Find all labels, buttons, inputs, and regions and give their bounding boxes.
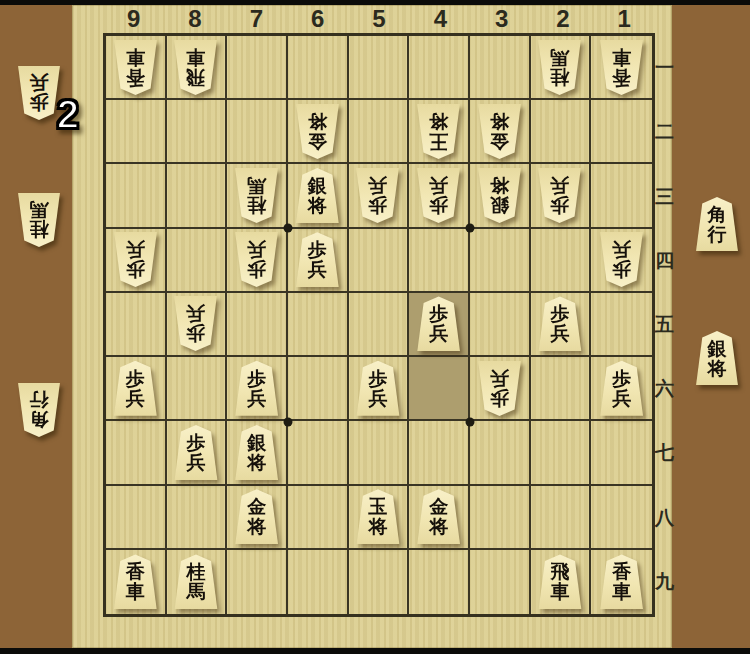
shogi-piece-sente-香車[interactable]: 香車: [112, 554, 159, 609]
koma-face: 香車: [112, 554, 159, 609]
koma-kanji: 兵: [550, 323, 569, 343]
koma-face: 歩兵: [112, 232, 159, 287]
shogi-piece-sente-歩兵[interactable]: 歩兵: [415, 296, 462, 351]
koma-kanji: 歩: [550, 303, 569, 323]
board-square-25[interactable]: 歩兵: [531, 293, 592, 357]
board-square-71[interactable]: [227, 36, 288, 100]
board-square-43[interactable]: 歩兵: [409, 164, 470, 228]
koma-face: 金将: [476, 104, 523, 159]
koma-kanji: 将: [429, 112, 448, 132]
file-label-8: 8: [164, 5, 225, 33]
koma-face: 歩兵: [354, 168, 401, 223]
koma-face: 銀将: [694, 331, 740, 385]
board-square-54[interactable]: [349, 229, 410, 293]
koma-kanji: 香: [126, 68, 145, 88]
board-square-95[interactable]: [106, 293, 167, 357]
board-square-42[interactable]: 王将: [409, 100, 470, 164]
board-square-98[interactable]: [106, 486, 167, 550]
board-square-69[interactable]: [288, 550, 349, 614]
board-square-46[interactable]: [409, 357, 470, 421]
koma-kanji: 車: [186, 48, 205, 68]
shogi-piece-gote-歩兵[interactable]: 歩兵: [354, 168, 401, 223]
file-label-9: 9: [103, 5, 164, 33]
koma-face: 玉将: [354, 489, 401, 544]
koma-kanji: 歩: [186, 432, 205, 452]
koma-kanji: 金: [308, 132, 327, 152]
koma-face: 桂馬: [16, 193, 62, 247]
koma-kanji: 将: [247, 452, 266, 472]
gote-hand-piece-桂馬[interactable]: 桂馬: [16, 193, 62, 247]
board-square-83[interactable]: [167, 164, 228, 228]
koma-face: 銀将: [294, 168, 341, 223]
rank-label-2: 二: [657, 100, 672, 164]
sente-hand-piece-銀将[interactable]: 銀将: [694, 331, 740, 385]
shogi-board-panel: 987654321 香車飛車桂馬香車金将王将金将桂馬銀将歩兵歩兵銀将歩兵歩兵歩兵…: [72, 5, 672, 648]
board-square-78[interactable]: 金将: [227, 486, 288, 550]
shogi-piece-sente-歩兵[interactable]: 歩兵: [172, 425, 219, 480]
koma-kanji: 歩: [612, 260, 631, 280]
gote-hand-piece-歩兵[interactable]: 歩兵2: [16, 66, 62, 120]
koma-face: 歩兵: [233, 232, 280, 287]
rank-label-9: 九: [657, 550, 672, 614]
board-square-56[interactable]: 歩兵: [349, 357, 410, 421]
board-square-87[interactable]: 歩兵: [167, 421, 228, 485]
koma-face: 桂馬: [233, 168, 280, 223]
koma-kanji: 兵: [368, 388, 387, 408]
board-square-62[interactable]: 金将: [288, 100, 349, 164]
board-square-31[interactable]: [470, 36, 531, 100]
koma-kanji: 将: [247, 516, 266, 536]
board-square-11[interactable]: 香車: [591, 36, 652, 100]
koma-face: 金将: [233, 489, 280, 544]
board-square-32[interactable]: 金将: [470, 100, 531, 164]
board-square-37[interactable]: [470, 421, 531, 485]
board-square-66[interactable]: [288, 357, 349, 421]
file-label-7: 7: [226, 5, 287, 33]
board-square-24[interactable]: [531, 229, 592, 293]
board-square-86[interactable]: [167, 357, 228, 421]
board-square-45[interactable]: 歩兵: [409, 293, 470, 357]
koma-kanji: 銀: [490, 196, 509, 216]
board-square-64[interactable]: 歩兵: [288, 229, 349, 293]
board-square-92[interactable]: [106, 100, 167, 164]
koma-kanji: 歩: [429, 303, 448, 323]
rank-label-7: 七: [657, 421, 672, 485]
koma-kanji: 馬: [247, 176, 266, 196]
shogi-piece-sente-銀将[interactable]: 銀将: [294, 168, 341, 223]
koma-kanji: 馬: [30, 200, 49, 220]
koma-kanji: 香: [126, 561, 145, 581]
koma-kanji: 歩: [550, 196, 569, 216]
koma-face: 桂馬: [536, 40, 583, 95]
board-square-97[interactable]: [106, 421, 167, 485]
koma-face: 桂馬: [172, 554, 219, 609]
koma-kanji: 兵: [550, 176, 569, 196]
board-square-52[interactable]: [349, 100, 410, 164]
shogi-piece-gote-金将[interactable]: 金将: [476, 104, 523, 159]
koma-face: 飛車: [536, 554, 583, 609]
board-square-44[interactable]: [409, 229, 470, 293]
koma-kanji: 行: [30, 390, 49, 410]
board-square-79[interactable]: [227, 550, 288, 614]
shogi-piece-sente-桂馬[interactable]: 桂馬: [172, 554, 219, 609]
koma-kanji: 兵: [30, 73, 49, 93]
board-square-74[interactable]: 歩兵: [227, 229, 288, 293]
koma-kanji: 飛: [186, 68, 205, 88]
gote-hand-piece-角行[interactable]: 角行: [16, 383, 62, 437]
star-point: [284, 417, 293, 426]
koma-face: 歩兵: [233, 361, 280, 416]
shogi-piece-sente-飛車[interactable]: 飛車: [536, 554, 583, 609]
board-square-61[interactable]: [288, 36, 349, 100]
koma-face: 金将: [415, 489, 462, 544]
board-square-19[interactable]: 香車: [591, 550, 652, 614]
board-square-41[interactable]: [409, 36, 470, 100]
board-square-81[interactable]: 飛車: [167, 36, 228, 100]
board-square-49[interactable]: [409, 550, 470, 614]
board-square-88[interactable]: [167, 486, 228, 550]
board-square-26[interactable]: [531, 357, 592, 421]
koma-kanji: 兵: [429, 323, 448, 343]
koma-face: 香車: [112, 40, 159, 95]
koma-face: 角行: [16, 383, 62, 437]
rank-label-1: 一: [657, 36, 672, 100]
koma-kanji: 王: [429, 132, 448, 152]
sente-hand-piece-角行[interactable]: 角行: [694, 197, 740, 251]
koma-kanji: 兵: [186, 452, 205, 472]
board-square-55[interactable]: [349, 293, 410, 357]
top-black-bar: [0, 0, 750, 5]
board-square-27[interactable]: [531, 421, 592, 485]
koma-kanji: 歩: [612, 368, 631, 388]
board-square-91[interactable]: 香車: [106, 36, 167, 100]
board-square-68[interactable]: [288, 486, 349, 550]
koma-kanji: 兵: [308, 259, 327, 279]
shogi-piece-gote-歩兵[interactable]: 歩兵: [415, 168, 462, 223]
koma-kanji: 銀: [708, 338, 727, 358]
board-square-84[interactable]: [167, 229, 228, 293]
board-square-17[interactable]: [591, 421, 652, 485]
board-square-36[interactable]: 歩兵: [470, 357, 531, 421]
star-point: [465, 224, 474, 233]
board-square-89[interactable]: 桂馬: [167, 550, 228, 614]
koma-kanji: 兵: [126, 240, 145, 260]
koma-face: 金将: [294, 104, 341, 159]
board-square-63[interactable]: 銀将: [288, 164, 349, 228]
koma-kanji: 桂: [247, 196, 266, 216]
board-square-35[interactable]: [470, 293, 531, 357]
board-square-58[interactable]: 玉将: [349, 486, 410, 550]
koma-kanji: 飛: [550, 561, 569, 581]
koma-face: 香車: [598, 40, 645, 95]
board-square-67[interactable]: [288, 421, 349, 485]
koma-kanji: 車: [550, 581, 569, 601]
star-point: [465, 417, 474, 426]
koma-kanji: 香: [612, 68, 631, 88]
board-square-53[interactable]: 歩兵: [349, 164, 410, 228]
koma-kanji: 兵: [247, 388, 266, 408]
rank-labels: 一二三四五六七八九: [657, 36, 672, 614]
shogi-piece-gote-歩兵[interactable]: 歩兵: [598, 232, 645, 287]
file-label-1: 1: [594, 5, 655, 33]
board-square-18[interactable]: [591, 486, 652, 550]
koma-face: 歩兵: [476, 361, 523, 416]
koma-face: 歩兵: [354, 361, 401, 416]
board-square-82[interactable]: [167, 100, 228, 164]
shogi-piece-gote-歩兵[interactable]: 歩兵: [233, 232, 280, 287]
koma-face: 歩兵: [536, 296, 583, 351]
board-square-15[interactable]: [591, 293, 652, 357]
koma-kanji: 歩: [126, 260, 145, 280]
rank-label-3: 三: [657, 164, 672, 228]
shogi-piece-gote-歩兵[interactable]: 歩兵: [172, 296, 219, 351]
board-square-23[interactable]: 歩兵: [531, 164, 592, 228]
koma-kanji: 金: [429, 496, 448, 516]
koma-face: 角行: [694, 197, 740, 251]
koma-kanji: 馬: [186, 581, 205, 601]
koma-kanji: 馬: [550, 48, 569, 68]
koma-face: 歩兵: [172, 425, 219, 480]
koma-kanji: 角: [30, 410, 49, 430]
koma-kanji: 歩: [186, 324, 205, 344]
koma-kanji: 兵: [490, 369, 509, 389]
koma-kanji: 車: [126, 581, 145, 601]
koma-kanji: 兵: [429, 176, 448, 196]
board-square-39[interactable]: [470, 550, 531, 614]
file-label-3: 3: [471, 5, 532, 33]
koma-kanji: 桂: [550, 68, 569, 88]
koma-kanji: 兵: [612, 388, 631, 408]
koma-kanji: 車: [126, 48, 145, 68]
koma-kanji: 歩: [308, 239, 327, 259]
board-square-77[interactable]: 銀将: [227, 421, 288, 485]
koma-kanji: 兵: [247, 240, 266, 260]
shogi-board-grid: 香車飛車桂馬香車金将王将金将桂馬銀将歩兵歩兵銀将歩兵歩兵歩兵歩兵歩兵歩兵歩兵歩兵…: [103, 33, 655, 617]
koma-kanji: 桂: [30, 220, 49, 240]
board-square-59[interactable]: [349, 550, 410, 614]
file-label-4: 4: [410, 5, 471, 33]
star-point: [284, 224, 293, 233]
koma-kanji: 将: [429, 516, 448, 536]
koma-kanji: 歩: [30, 93, 49, 113]
board-square-14[interactable]: 歩兵: [591, 229, 652, 293]
shogi-piece-sente-金将[interactable]: 金将: [415, 489, 462, 544]
shogi-piece-gote-香車[interactable]: 香車: [112, 40, 159, 95]
board-square-22[interactable]: [531, 100, 592, 164]
shogi-piece-gote-銀将[interactable]: 銀将: [476, 168, 523, 223]
koma-kanji: 将: [368, 516, 387, 536]
koma-face: 歩兵: [536, 168, 583, 223]
board-square-75[interactable]: [227, 293, 288, 357]
board-square-38[interactable]: [470, 486, 531, 550]
koma-face: 飛車: [172, 40, 219, 95]
koma-kanji: 車: [612, 581, 631, 601]
koma-face: 歩兵: [172, 296, 219, 351]
koma-kanji: 将: [490, 176, 509, 196]
koma-kanji: 歩: [368, 196, 387, 216]
koma-kanji: 銀: [308, 175, 327, 195]
board-square-73[interactable]: 桂馬: [227, 164, 288, 228]
board-square-72[interactable]: [227, 100, 288, 164]
board-square-29[interactable]: 飛車: [531, 550, 592, 614]
file-labels: 987654321: [103, 5, 655, 33]
board-square-94[interactable]: 歩兵: [106, 229, 167, 293]
koma-kanji: 玉: [368, 496, 387, 516]
board-square-33[interactable]: 銀将: [470, 164, 531, 228]
board-square-76[interactable]: 歩兵: [227, 357, 288, 421]
shogi-piece-sente-歩兵[interactable]: 歩兵: [294, 232, 341, 287]
board-square-16[interactable]: 歩兵: [591, 357, 652, 421]
board-square-51[interactable]: [349, 36, 410, 100]
shogi-piece-sente-歩兵[interactable]: 歩兵: [536, 296, 583, 351]
board-square-93[interactable]: [106, 164, 167, 228]
koma-face: 歩兵: [294, 232, 341, 287]
koma-face: 歩兵: [415, 296, 462, 351]
koma-kanji: 将: [708, 358, 727, 378]
shogi-piece-sente-歩兵[interactable]: 歩兵: [598, 361, 645, 416]
shogi-piece-sente-歩兵[interactable]: 歩兵: [233, 361, 280, 416]
board-square-47[interactable]: [409, 421, 470, 485]
rank-label-6: 六: [657, 357, 672, 421]
board-square-96[interactable]: 歩兵: [106, 357, 167, 421]
shogi-piece-gote-王将[interactable]: 王将: [415, 104, 462, 159]
bottom-black-bar: [0, 648, 750, 654]
shogi-piece-gote-歩兵[interactable]: 歩兵: [112, 232, 159, 287]
shogi-piece-sente-玉将[interactable]: 玉将: [354, 489, 401, 544]
board-square-13[interactable]: [591, 164, 652, 228]
shogi-piece-gote-香車[interactable]: 香車: [598, 40, 645, 95]
koma-kanji: 歩: [247, 368, 266, 388]
koma-face: 銀将: [476, 168, 523, 223]
koma-kanji: 金: [490, 132, 509, 152]
koma-kanji: 香: [612, 561, 631, 581]
koma-face: 香車: [598, 554, 645, 609]
board-square-34[interactable]: [470, 229, 531, 293]
board-square-21[interactable]: 桂馬: [531, 36, 592, 100]
shogi-piece-gote-歩兵[interactable]: 歩兵: [476, 361, 523, 416]
shogi-piece-sente-歩兵[interactable]: 歩兵: [112, 361, 159, 416]
koma-kanji: 角: [708, 204, 727, 224]
shogi-piece-sente-銀将[interactable]: 銀将: [233, 425, 280, 480]
board-grid-wrap: 香車飛車桂馬香車金将王将金将桂馬銀将歩兵歩兵銀将歩兵歩兵歩兵歩兵歩兵歩兵歩兵歩兵…: [103, 33, 655, 617]
koma-kanji: 車: [612, 48, 631, 68]
file-label-2: 2: [532, 5, 593, 33]
file-label-6: 6: [287, 5, 348, 33]
koma-kanji: 行: [708, 224, 727, 244]
koma-kanji: 兵: [612, 240, 631, 260]
board-square-65[interactable]: [288, 293, 349, 357]
shogi-piece-sente-歩兵[interactable]: 歩兵: [354, 361, 401, 416]
rank-label-5: 五: [657, 293, 672, 357]
koma-face: 歩兵: [415, 168, 462, 223]
koma-kanji: 金: [247, 496, 266, 516]
board-square-12[interactable]: [591, 100, 652, 164]
koma-kanji: 歩: [247, 260, 266, 280]
koma-kanji: 桂: [186, 561, 205, 581]
koma-kanji: 歩: [490, 389, 509, 409]
koma-kanji: 兵: [368, 176, 387, 196]
shogi-piece-sente-金将[interactable]: 金将: [233, 489, 280, 544]
board-square-57[interactable]: [349, 421, 410, 485]
koma-kanji: 将: [308, 112, 327, 132]
board-square-28[interactable]: [531, 486, 592, 550]
koma-kanji: 銀: [247, 432, 266, 452]
koma-kanji: 歩: [126, 368, 145, 388]
koma-kanji: 歩: [368, 368, 387, 388]
shogi-piece-sente-香車[interactable]: 香車: [598, 554, 645, 609]
koma-face: 王将: [415, 104, 462, 159]
shogi-piece-gote-桂馬[interactable]: 桂馬: [536, 40, 583, 95]
file-label-5: 5: [348, 5, 409, 33]
rank-label-8: 八: [657, 486, 672, 550]
koma-kanji: 兵: [186, 304, 205, 324]
koma-face: 歩兵: [598, 361, 645, 416]
shogi-piece-gote-歩兵[interactable]: 歩兵: [536, 168, 583, 223]
shogi-piece-gote-金将[interactable]: 金将: [294, 104, 341, 159]
koma-face: 歩兵: [16, 66, 62, 120]
koma-face: 銀将: [233, 425, 280, 480]
koma-kanji: 歩: [429, 196, 448, 216]
board-square-99[interactable]: 香車: [106, 550, 167, 614]
koma-face: 歩兵: [112, 361, 159, 416]
shogi-piece-gote-桂馬[interactable]: 桂馬: [233, 168, 280, 223]
board-square-48[interactable]: 金将: [409, 486, 470, 550]
rank-label-4: 四: [657, 229, 672, 293]
koma-kanji: 将: [490, 112, 509, 132]
shogi-piece-gote-飛車[interactable]: 飛車: [172, 40, 219, 95]
koma-kanji: 将: [308, 195, 327, 215]
hand-piece-count-badge: 2: [57, 94, 79, 134]
koma-kanji: 兵: [126, 388, 145, 408]
board-square-85[interactable]: 歩兵: [167, 293, 228, 357]
koma-face: 歩兵: [598, 232, 645, 287]
